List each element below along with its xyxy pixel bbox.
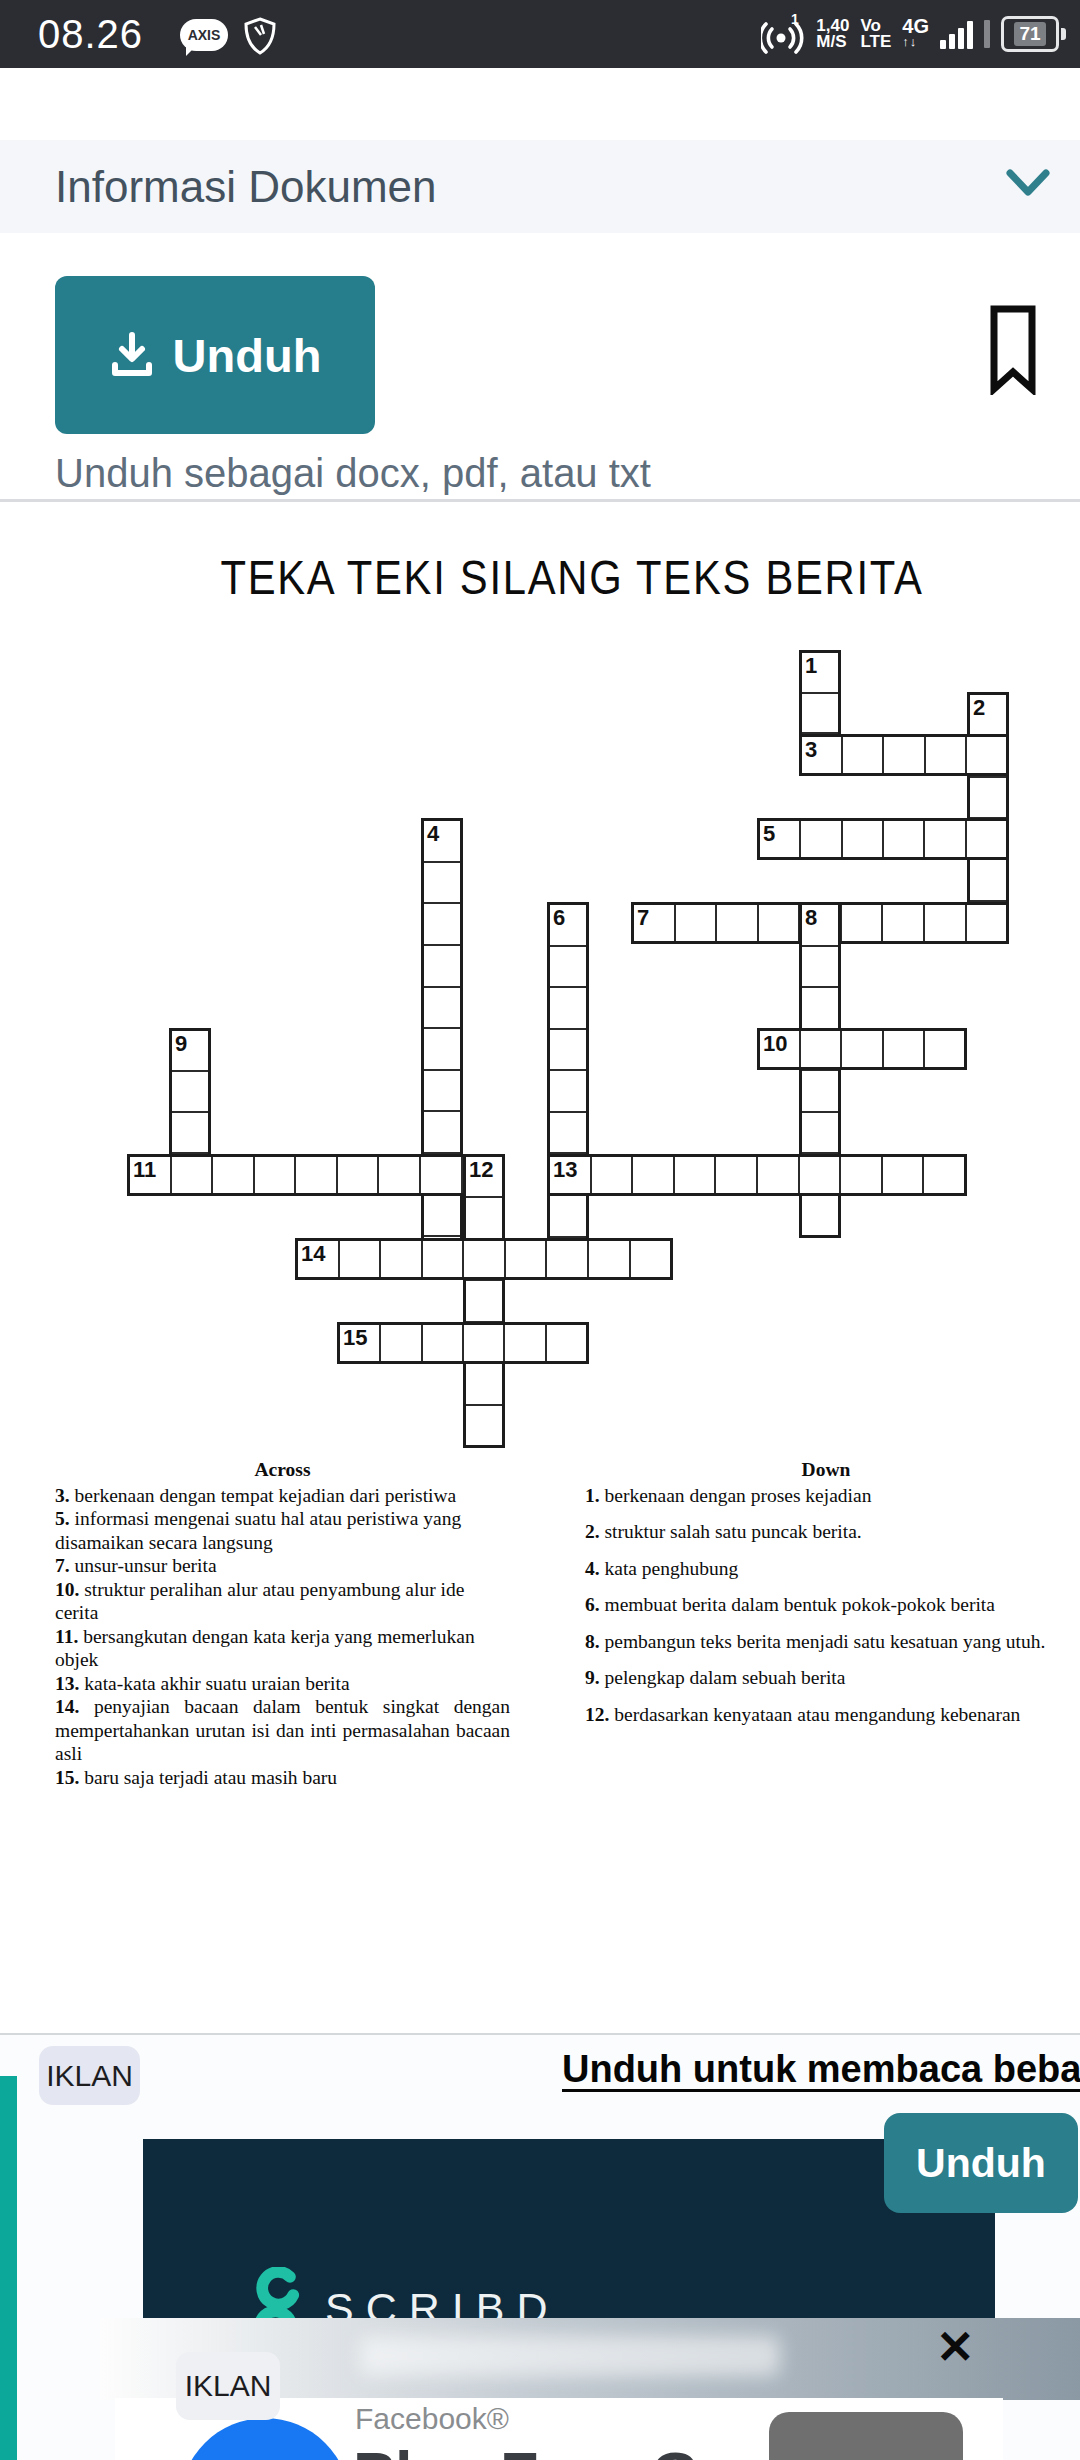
clues-across: Across 3. berkenaan dengan tempat kejadi… xyxy=(55,1458,510,1789)
ad-popup-label-badge: IKLAN xyxy=(176,2352,280,2420)
progress-accent-bar xyxy=(0,2076,17,2460)
crossword-cell[interactable] xyxy=(547,1241,589,1277)
clue-number-14: 14 xyxy=(301,1241,325,1267)
crossword-cell[interactable] xyxy=(466,1198,502,1239)
crossword-cell[interactable] xyxy=(550,988,586,1030)
clue-number-4: 4 xyxy=(427,821,439,847)
volte-indicator: VoLTE xyxy=(860,18,891,50)
down-header: Down xyxy=(585,1458,1067,1482)
close-icon[interactable]: ✕ xyxy=(936,2320,975,2374)
crossword-cell[interactable] xyxy=(967,821,1006,857)
hotspot-icon: 1 xyxy=(761,14,805,54)
clue-number-13: 13 xyxy=(553,1157,577,1183)
download-to-read-link[interactable]: Unduh untuk membaca bebas iklan xyxy=(562,2048,1080,2091)
crossword-cell[interactable] xyxy=(884,737,925,773)
clue-number-7: 7 xyxy=(637,905,649,931)
download-caption: Unduh sebagai docx, pdf, atau txt xyxy=(55,451,651,496)
clues-down: Down 1. berkenaan dengan proses kejadian… xyxy=(585,1458,1067,1739)
clue-item: 15. baru saja terjadi atau masih baru xyxy=(55,1766,510,1790)
crossword-run-3-across[interactable] xyxy=(799,734,1009,776)
crossword-run-6-down[interactable] xyxy=(547,902,589,1280)
crossword-cell[interactable] xyxy=(802,1071,838,1113)
crossword-cell[interactable] xyxy=(172,1072,208,1113)
chevron-down-icon[interactable] xyxy=(1006,168,1050,198)
clue-item: 1. berkenaan dengan proses kejadian xyxy=(585,1484,1067,1508)
status-bar: 08.26 AXIS 1 1,40M/S VoLTE 4G↑↓ xyxy=(0,0,1080,68)
crossword-cell[interactable] xyxy=(675,1157,717,1193)
clue-number-9: 9 xyxy=(175,1031,187,1057)
download-button-footer[interactable]: Unduh xyxy=(884,2113,1078,2213)
crossword-cell[interactable] xyxy=(676,905,718,941)
crossword-cell[interactable] xyxy=(172,1157,214,1193)
crossword-cell[interactable] xyxy=(466,1364,502,1405)
crossword-cell[interactable] xyxy=(967,905,1007,941)
bookmark-icon[interactable] xyxy=(988,305,1038,395)
crossword-cell[interactable] xyxy=(924,1157,964,1193)
crossword-cell[interactable] xyxy=(424,1196,460,1238)
crossword-cell[interactable] xyxy=(717,905,759,941)
facebook-logo: f xyxy=(180,2418,350,2460)
crossword-cell[interactable] xyxy=(843,737,884,773)
clue-number-8: 8 xyxy=(805,905,817,931)
crossword-cell[interactable] xyxy=(424,946,460,988)
crossword-cell[interactable] xyxy=(550,1030,586,1072)
clue-item: 11. bersangkutan dengan kata kerja yang … xyxy=(55,1625,510,1672)
crossword-cell[interactable] xyxy=(423,1241,465,1277)
crossword-cell[interactable] xyxy=(967,737,1006,773)
page-title: TEKA TEKI SILANG TEKS BERITA xyxy=(220,550,923,605)
clue-item: 5. informasi mengenai suatu hal atau per… xyxy=(55,1507,510,1554)
clue-number-3: 3 xyxy=(805,737,817,763)
crossword-cell[interactable] xyxy=(843,821,884,857)
crossword-cell[interactable] xyxy=(340,1241,382,1277)
crossword-cell[interactable] xyxy=(970,778,1006,819)
crossword-cell[interactable] xyxy=(172,1113,208,1154)
status-icons: 1 1,40M/S VoLTE 4G↑↓ 71 xyxy=(761,0,1066,68)
crossword-cell[interactable] xyxy=(381,1241,423,1277)
crossword-cell[interactable] xyxy=(506,1241,548,1277)
crossword-cell[interactable] xyxy=(424,904,460,946)
crossword-cell[interactable] xyxy=(802,1196,838,1236)
signal-bars-icon xyxy=(940,19,973,49)
crossword-cell[interactable] xyxy=(884,821,925,857)
crossword-cell[interactable] xyxy=(547,1325,586,1361)
section-divider xyxy=(0,499,1080,502)
clue-number-6: 6 xyxy=(553,905,565,931)
download-section: Unduh Unduh sebagai docx, pdf, atau txt xyxy=(0,233,1080,501)
clue-item: 12. berdasarkan kenyataan atau mengandun… xyxy=(585,1703,1067,1727)
clue-item: 7. unsur-unsur berita xyxy=(55,1554,510,1578)
crossword-cell[interactable] xyxy=(631,1241,671,1277)
crossword-cell[interactable] xyxy=(423,1325,464,1361)
crossword-cell[interactable] xyxy=(925,1031,964,1067)
phone-screen: 08.26 AXIS 1 1,40M/S VoLTE 4G↑↓ xyxy=(0,0,1080,2460)
crossword-cell[interactable] xyxy=(842,1031,883,1067)
download-button[interactable]: Unduh xyxy=(55,276,375,434)
crossword-cell[interactable] xyxy=(466,1281,502,1322)
crossword-cell[interactable] xyxy=(841,1157,883,1193)
crossword-cell[interactable] xyxy=(424,988,460,1030)
carrier-icon: AXIS xyxy=(180,19,228,51)
clue-item: 6. membuat berita dalam bentuk pokok-pok… xyxy=(585,1593,1067,1617)
crossword-cell[interactable] xyxy=(589,1241,631,1277)
crossword-cell[interactable] xyxy=(925,905,967,941)
crossword-cell[interactable] xyxy=(592,1157,634,1193)
crossword-cell[interactable] xyxy=(802,694,838,735)
crossword-cell[interactable] xyxy=(802,947,838,989)
ad-label-badge: IKLAN xyxy=(39,2046,140,2105)
crossword-cell[interactable] xyxy=(424,1112,460,1154)
crossword-run-15-across[interactable] xyxy=(337,1322,589,1364)
crossword-cell[interactable] xyxy=(550,1113,586,1155)
crossword-cell[interactable] xyxy=(883,1157,925,1193)
clue-item: 4. kata penghubung xyxy=(585,1557,1067,1581)
clue-item: 8. pembangun teks berita menjadi satu ke… xyxy=(585,1630,1067,1654)
clue-number-2: 2 xyxy=(973,695,985,721)
network-type: 4G↑↓ xyxy=(902,18,929,50)
crossword-cell[interactable] xyxy=(925,821,966,857)
download-button-label: Unduh xyxy=(173,328,322,383)
crossword-cell[interactable] xyxy=(213,1157,255,1193)
crossword-run-5-across[interactable] xyxy=(757,818,1009,860)
clue-item: 2. struktur salah satu puncak berita. xyxy=(585,1520,1067,1544)
crossword-run-13-across[interactable] xyxy=(547,1154,967,1196)
crossword-run-12-down[interactable] xyxy=(463,1154,505,1448)
download-icon xyxy=(109,331,155,379)
crossword-cell[interactable] xyxy=(379,1157,421,1193)
crossword-cell[interactable] xyxy=(550,947,586,989)
shield-icon xyxy=(243,17,277,55)
header-spacer xyxy=(0,68,1080,140)
crossword-cell[interactable] xyxy=(926,737,967,773)
battery-icon: 71 xyxy=(1001,16,1066,52)
svg-text:1: 1 xyxy=(791,14,799,27)
clue-number-15: 15 xyxy=(343,1325,367,1351)
crossword-run-4-down[interactable] xyxy=(421,818,463,1280)
crossword-cell[interactable] xyxy=(884,1031,925,1067)
crossword-cell[interactable] xyxy=(296,1157,338,1193)
clue-number-5: 5 xyxy=(763,821,775,847)
clue-item: 13. kata-kata akhir suatu uraian berita xyxy=(55,1672,510,1696)
visit-site-button[interactable]: Visit Site xyxy=(769,2412,963,2460)
clue-item: 14. penyajian bacaan dalam bentuk singka… xyxy=(55,1695,510,1766)
clue-item: 9. pelengkap dalam sebuah berita xyxy=(585,1666,1067,1690)
crossword-cell[interactable] xyxy=(842,905,884,941)
signal-sim2-icon xyxy=(984,20,990,48)
crossword-cell[interactable] xyxy=(464,1241,506,1277)
crossword-cell[interactable] xyxy=(338,1157,380,1193)
crossword-cell[interactable] xyxy=(505,1325,546,1361)
advertiser-name: Facebook® xyxy=(355,2402,509,2436)
crossword-cell[interactable] xyxy=(800,1157,842,1193)
clue-number-1: 1 xyxy=(805,653,817,679)
crossword-cell[interactable] xyxy=(801,1031,842,1067)
crossword-run-10-across[interactable] xyxy=(757,1028,967,1070)
crossword-cell[interactable] xyxy=(758,1157,800,1193)
crossword-cell[interactable] xyxy=(801,821,842,857)
clock: 08.26 xyxy=(38,12,143,57)
crossword-cell[interactable] xyxy=(970,860,1006,901)
crossword-cell[interactable] xyxy=(424,1071,460,1113)
crossword-cell[interactable] xyxy=(424,1029,460,1071)
clue-number-11: 11 xyxy=(133,1157,156,1183)
clue-number-12: 12 xyxy=(469,1157,493,1183)
crossword-cell[interactable] xyxy=(883,905,925,941)
crossword-cell[interactable] xyxy=(550,1071,586,1113)
crossword-run-11-across[interactable] xyxy=(127,1154,505,1196)
blurred-ad-text xyxy=(360,2336,780,2376)
crossword-cell[interactable] xyxy=(424,863,460,905)
clue-item: 10. struktur peralihan alur atau penyamb… xyxy=(55,1578,510,1625)
document-info-title: Informasi Dokumen xyxy=(55,162,436,212)
crossword-cell[interactable] xyxy=(550,1196,586,1238)
document-info-bar[interactable]: Informasi Dokumen xyxy=(0,140,1080,234)
crossword-cell[interactable] xyxy=(421,1157,463,1193)
crossword-cell[interactable] xyxy=(802,1113,838,1155)
crossword-cell[interactable] xyxy=(255,1157,297,1193)
clue-number-10: 10 xyxy=(763,1031,787,1057)
crossword-cell[interactable] xyxy=(381,1325,422,1361)
crossword-cell[interactable] xyxy=(464,1325,505,1361)
crossword-cell[interactable] xyxy=(802,988,838,1030)
crossword-cell[interactable] xyxy=(759,905,801,941)
network-speed: 1,40M/S xyxy=(816,18,849,50)
crossword-cell[interactable] xyxy=(466,1406,502,1445)
across-header: Across xyxy=(55,1458,510,1482)
crossword-cell[interactable] xyxy=(633,1157,675,1193)
clue-item: 3. berkenaan dengan tempat kejadian dari… xyxy=(55,1484,510,1508)
crossword-run-14-across[interactable] xyxy=(295,1238,673,1280)
crossword-cell[interactable] xyxy=(716,1157,758,1193)
